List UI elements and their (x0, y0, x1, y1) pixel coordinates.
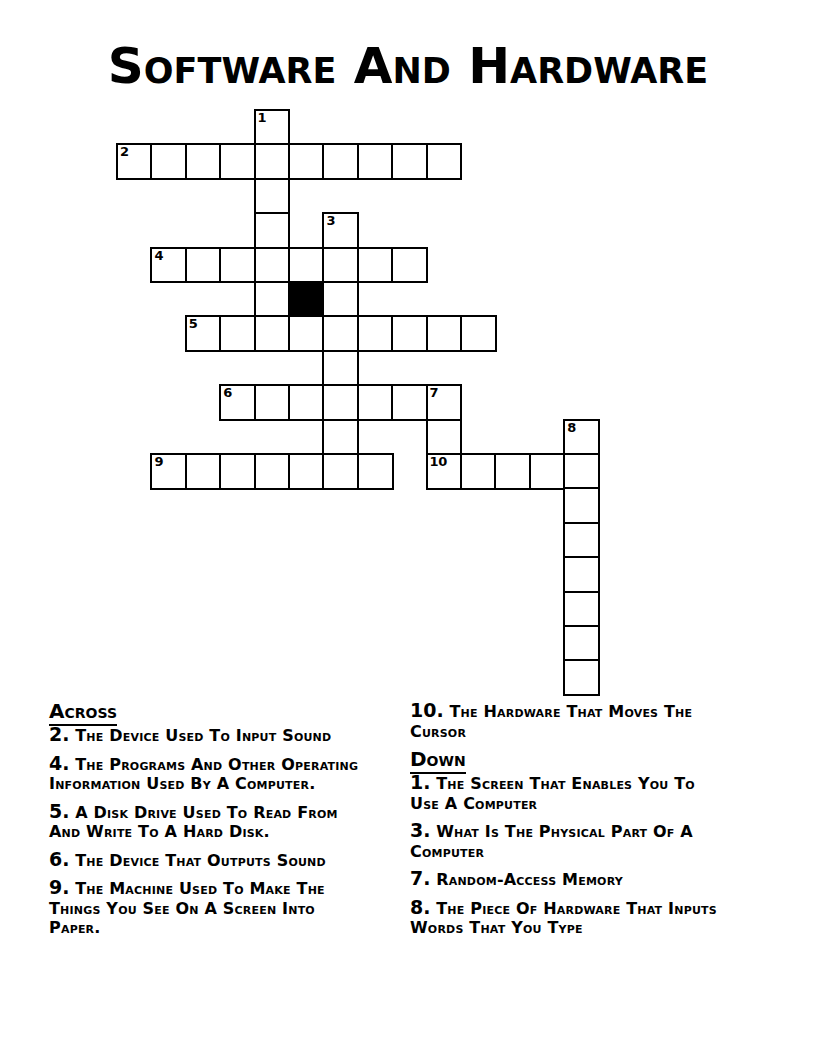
grid-cell[interactable] (357, 384, 394, 421)
grid-cell[interactable] (391, 315, 428, 352)
clue-text: A disk drive used to read from and write… (49, 803, 338, 842)
grid-cell[interactable] (219, 453, 256, 490)
clue-number: 2. (49, 723, 69, 745)
grid-cell[interactable] (391, 143, 428, 180)
clue-number: 9. (49, 876, 69, 898)
grid-cell[interactable] (391, 384, 428, 421)
grid-cell[interactable] (322, 350, 359, 387)
across-heading: Across (49, 701, 367, 721)
clue-text: The screen that enables you to use a com… (410, 774, 695, 813)
grid-cell[interactable] (254, 212, 291, 249)
cell-number: 10 (430, 455, 447, 469)
grid-cell[interactable] (322, 247, 359, 284)
grid-cell[interactable] (322, 419, 359, 456)
grid-cell[interactable] (460, 453, 497, 490)
grid-cell[interactable] (322, 281, 359, 318)
grid-cell[interactable] (529, 453, 566, 490)
clue-down-1: 1. The screen that enables you to use a … (410, 773, 722, 813)
grid-cell[interactable] (357, 453, 394, 490)
down-heading: Down (410, 749, 722, 769)
grid-cell[interactable] (254, 178, 291, 215)
clue-text: The machine used to make the things you … (49, 879, 325, 937)
cell-number: 2 (120, 145, 129, 159)
grid-cell[interactable] (563, 659, 600, 696)
clue-down-3: 3. What is the physical part of a comput… (410, 821, 722, 861)
grid-cell[interactable] (254, 315, 291, 352)
grid-cell[interactable]: 7 (426, 384, 463, 421)
clue-down-8: 8. The piece of hardware that inputs wor… (410, 898, 722, 938)
clue-text: The device used to input sound (69, 726, 331, 745)
grid-cell[interactable] (391, 247, 428, 284)
down-clues-list: 1. The screen that enables you to use a … (410, 773, 722, 938)
cell-number: 8 (567, 421, 576, 435)
grid-cell[interactable] (357, 247, 394, 284)
grid-cell[interactable] (288, 384, 325, 421)
grid-cell[interactable]: 10 (426, 453, 463, 490)
grid-cell[interactable] (563, 625, 600, 662)
clue-text: The piece of hardware that inputs words … (410, 899, 717, 938)
grid-cell-black (288, 281, 325, 318)
clues-column-right: 10. The hardware that moves the cursor D… (410, 701, 722, 946)
grid-cell[interactable]: 6 (219, 384, 256, 421)
grid-cell[interactable] (219, 315, 256, 352)
cell-number: 3 (326, 214, 335, 228)
clue-number: 6. (49, 848, 69, 870)
grid-cell[interactable] (185, 143, 222, 180)
grid-cell[interactable]: 4 (150, 247, 187, 284)
grid-cell[interactable] (219, 143, 256, 180)
clue-across-2: 2. The device used to input sound (49, 725, 367, 746)
clue-number: 7. (410, 867, 430, 889)
clue-number: 1. (410, 771, 430, 793)
clue-text: The hardware that moves the cursor (410, 702, 692, 741)
clue-across-5: 5. A disk drive used to read from and wr… (49, 802, 367, 842)
grid-cell[interactable] (288, 247, 325, 284)
grid-cell[interactable] (563, 522, 600, 559)
grid-cell[interactable] (322, 143, 359, 180)
grid-cell[interactable] (426, 143, 463, 180)
grid-cell[interactable] (460, 315, 497, 352)
across-clues-list: 2. The device used to input sound4. The … (49, 725, 367, 938)
grid-cell[interactable] (254, 143, 291, 180)
clue-text: What is the physical part of a computer (410, 822, 693, 861)
grid-cell[interactable] (185, 453, 222, 490)
cell-number: 1 (258, 111, 267, 125)
grid-cell[interactable] (426, 315, 463, 352)
clue-across-9: 9. The machine used to make the things y… (49, 878, 367, 938)
clue-down-7: 7. Random-access memory (410, 869, 722, 890)
grid-cell[interactable] (254, 384, 291, 421)
grid-cell[interactable] (254, 247, 291, 284)
clue-text: The programs and other operating informa… (49, 755, 358, 794)
grid-cell[interactable]: 5 (185, 315, 222, 352)
grid-cell[interactable] (563, 556, 600, 593)
grid-cell[interactable] (563, 591, 600, 628)
cell-number: 6 (223, 386, 232, 400)
grid-cell[interactable] (357, 315, 394, 352)
cell-number: 9 (154, 455, 163, 469)
grid-cell[interactable]: 9 (150, 453, 187, 490)
crossword-grid: 12345678910 (116, 109, 600, 697)
grid-cell[interactable] (494, 453, 531, 490)
grid-cell[interactable] (288, 453, 325, 490)
grid-cell[interactable] (322, 453, 359, 490)
clue-number: 10. (410, 699, 444, 721)
clues-column-left: Across 2. The device used to input sound… (49, 701, 367, 946)
grid-cell[interactable] (150, 143, 187, 180)
cell-number: 5 (189, 317, 198, 331)
grid-cell[interactable] (185, 247, 222, 284)
grid-cell[interactable] (322, 315, 359, 352)
grid-cell[interactable] (322, 384, 359, 421)
crossword-worksheet: Software and Hardware 12345678910 Across… (0, 0, 816, 1056)
grid-cell[interactable] (426, 419, 463, 456)
clue-number: 5. (49, 800, 69, 822)
grid-cell[interactable] (219, 247, 256, 284)
clue-across-6: 6. The device that outputs sound (49, 850, 367, 871)
clue-text: The device that outputs sound (69, 851, 325, 870)
clue-across-4: 4. The programs and other operating info… (49, 754, 367, 794)
grid-cell[interactable] (357, 143, 394, 180)
grid-cell[interactable]: 2 (116, 143, 153, 180)
puzzle-title: Software and Hardware (0, 40, 816, 92)
clue-text: Random-access memory (430, 870, 622, 889)
grid-cell[interactable] (563, 487, 600, 524)
clue-number: 8. (410, 896, 430, 918)
cell-number: 4 (154, 249, 163, 263)
grid-cell[interactable] (563, 453, 600, 490)
clue-number: 3. (410, 819, 430, 841)
grid-cell[interactable] (254, 453, 291, 490)
grid-cell[interactable] (288, 143, 325, 180)
grid-cell[interactable] (254, 281, 291, 318)
clue-across-10: 10. The hardware that moves the cursor (410, 701, 722, 741)
grid-cell[interactable]: 3 (322, 212, 359, 249)
clue-number: 4. (49, 752, 69, 774)
grid-cell[interactable]: 8 (563, 419, 600, 456)
grid-cell[interactable] (288, 315, 325, 352)
across-clues-overflow: 10. The hardware that moves the cursor (410, 701, 722, 741)
grid-cell[interactable]: 1 (254, 109, 291, 146)
cell-number: 7 (430, 386, 439, 400)
